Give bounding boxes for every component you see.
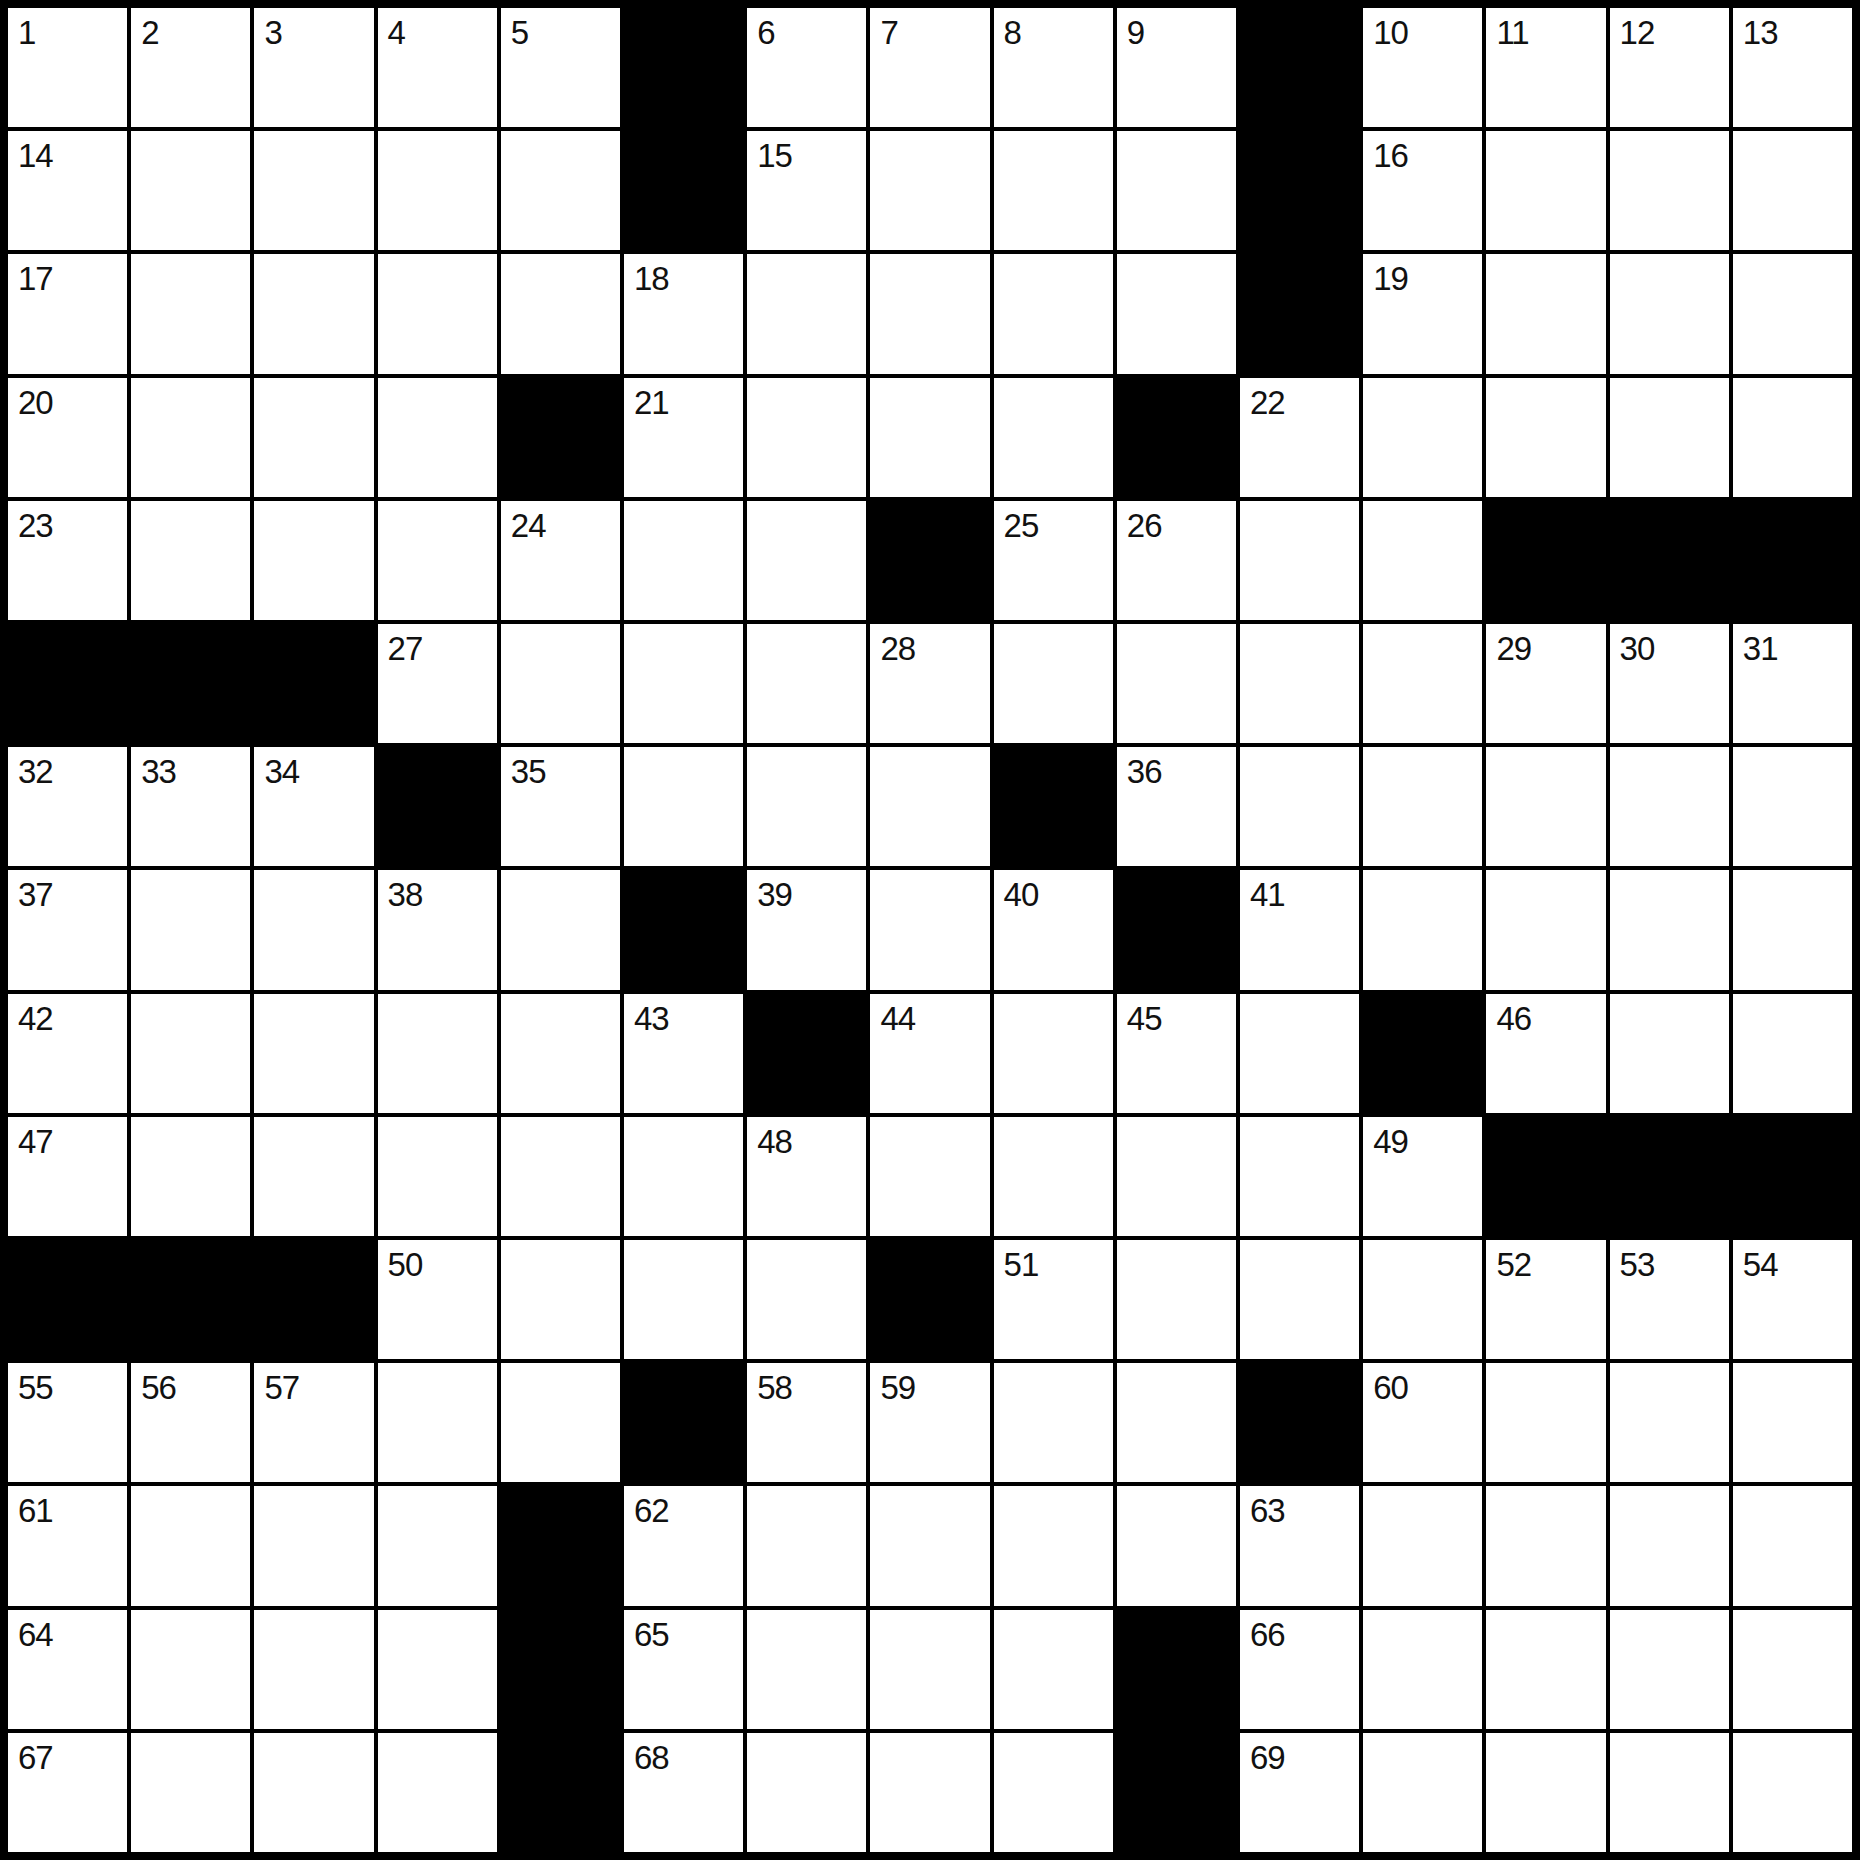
block-cell-r6c2 — [131, 624, 250, 743]
clue-number-23: 23 — [18, 508, 53, 544]
white-cell-r1c12[interactable]: 10 — [1363, 8, 1482, 127]
white-cell-r10c2[interactable] — [131, 1117, 250, 1236]
clue-number-65: 65 — [634, 1617, 669, 1653]
block-cell-r11c3 — [254, 1240, 373, 1359]
block-cell-r14c10 — [1117, 1610, 1236, 1729]
block-cell-r1c6 — [624, 8, 743, 127]
clue-number-4: 4 — [388, 15, 405, 51]
clue-number-31: 31 — [1743, 631, 1778, 667]
white-cell-r5c2[interactable] — [131, 501, 250, 620]
white-cell-r8c5[interactable] — [501, 870, 620, 989]
block-cell-r5c13 — [1486, 501, 1605, 620]
white-cell-r14c4[interactable] — [378, 1610, 497, 1729]
white-cell-r2c1[interactable]: 14 — [8, 131, 127, 250]
white-cell-r4c14[interactable] — [1610, 378, 1729, 497]
white-cell-r12c5[interactable] — [501, 1363, 620, 1482]
white-cell-r5c5[interactable]: 24 — [501, 501, 620, 620]
white-cell-r8c1[interactable]: 37 — [8, 870, 127, 989]
white-cell-r14c1[interactable]: 64 — [8, 1610, 127, 1729]
white-cell-r14c7[interactable] — [747, 1610, 866, 1729]
clue-number-26: 26 — [1127, 508, 1162, 544]
white-cell-r7c8[interactable] — [870, 747, 989, 866]
block-cell-r10c14 — [1610, 1117, 1729, 1236]
white-cell-r6c10[interactable] — [1117, 624, 1236, 743]
white-cell-r1c1[interactable]: 1 — [8, 8, 127, 127]
clue-number-62: 62 — [634, 1493, 669, 1529]
clue-number-35: 35 — [511, 754, 546, 790]
white-cell-r1c4[interactable]: 4 — [378, 8, 497, 127]
white-cell-r10c12[interactable]: 49 — [1363, 1117, 1482, 1236]
white-cell-r8c3[interactable] — [254, 870, 373, 989]
clue-number-2: 2 — [141, 15, 158, 51]
clue-number-28: 28 — [880, 631, 915, 667]
block-cell-r10c13 — [1486, 1117, 1605, 1236]
clue-number-59: 59 — [880, 1370, 915, 1406]
white-cell-r13c2[interactable] — [131, 1486, 250, 1605]
white-cell-r13c8[interactable] — [870, 1486, 989, 1605]
block-cell-r12c11 — [1240, 1363, 1359, 1482]
white-cell-r8c7[interactable]: 39 — [747, 870, 866, 989]
clue-number-37: 37 — [18, 877, 53, 913]
white-cell-r5c6[interactable] — [624, 501, 743, 620]
white-cell-r1c2[interactable]: 2 — [131, 8, 250, 127]
white-cell-r13c15[interactable] — [1733, 1486, 1852, 1605]
white-cell-r13c9[interactable] — [994, 1486, 1113, 1605]
clue-number-51: 51 — [1004, 1247, 1039, 1283]
white-cell-r1c14[interactable]: 12 — [1610, 8, 1729, 127]
white-cell-r15c11[interactable]: 69 — [1240, 1733, 1359, 1852]
white-cell-r5c12[interactable] — [1363, 501, 1482, 620]
clue-number-22: 22 — [1250, 385, 1285, 421]
white-cell-r8c4[interactable]: 38 — [378, 870, 497, 989]
white-cell-r2c7[interactable]: 15 — [747, 131, 866, 250]
white-cell-r12c4[interactable] — [378, 1363, 497, 1482]
block-cell-r7c4 — [378, 747, 497, 866]
clue-number-34: 34 — [264, 754, 299, 790]
clue-number-42: 42 — [18, 1001, 53, 1037]
clue-number-1: 1 — [18, 15, 35, 51]
clue-number-6: 6 — [757, 15, 774, 51]
white-cell-r14c2[interactable] — [131, 1610, 250, 1729]
block-cell-r8c10 — [1117, 870, 1236, 989]
white-cell-r3c14[interactable] — [1610, 254, 1729, 373]
white-cell-r14c11[interactable]: 66 — [1240, 1610, 1359, 1729]
clue-number-17: 17 — [18, 261, 53, 297]
white-cell-r9c6[interactable]: 43 — [624, 994, 743, 1113]
white-cell-r2c12[interactable]: 16 — [1363, 131, 1482, 250]
white-cell-r5c4[interactable] — [378, 501, 497, 620]
clue-number-3: 3 — [264, 15, 281, 51]
white-cell-r2c15[interactable] — [1733, 131, 1852, 250]
white-cell-r15c7[interactable] — [747, 1733, 866, 1852]
white-cell-r6c8[interactable]: 28 — [870, 624, 989, 743]
white-cell-r6c4[interactable]: 27 — [378, 624, 497, 743]
white-cell-r12c9[interactable] — [994, 1363, 1113, 1482]
clue-number-54: 54 — [1743, 1247, 1778, 1283]
clue-number-13: 13 — [1743, 15, 1778, 51]
white-cell-r4c13[interactable] — [1486, 378, 1605, 497]
white-cell-r7c5[interactable]: 35 — [501, 747, 620, 866]
white-cell-r11c14[interactable]: 53 — [1610, 1240, 1729, 1359]
block-cell-r6c1 — [8, 624, 127, 743]
white-cell-r15c14[interactable] — [1610, 1733, 1729, 1852]
white-cell-r2c10[interactable] — [1117, 131, 1236, 250]
white-cell-r13c3[interactable] — [254, 1486, 373, 1605]
white-cell-r6c13[interactable]: 29 — [1486, 624, 1605, 743]
white-cell-r5c3[interactable] — [254, 501, 373, 620]
white-cell-r14c6[interactable]: 65 — [624, 1610, 743, 1729]
white-cell-r12c14[interactable] — [1610, 1363, 1729, 1482]
white-cell-r9c15[interactable] — [1733, 994, 1852, 1113]
clue-number-7: 7 — [880, 15, 897, 51]
white-cell-r13c14[interactable] — [1610, 1486, 1729, 1605]
white-cell-r7c15[interactable] — [1733, 747, 1852, 866]
white-cell-r10c1[interactable]: 47 — [8, 1117, 127, 1236]
white-cell-r13c1[interactable]: 61 — [8, 1486, 127, 1605]
clue-number-56: 56 — [141, 1370, 176, 1406]
clue-number-55: 55 — [18, 1370, 53, 1406]
clue-number-46: 46 — [1496, 1001, 1531, 1037]
block-cell-r14c5 — [501, 1610, 620, 1729]
block-cell-r4c5 — [501, 378, 620, 497]
white-cell-r3c9[interactable] — [994, 254, 1113, 373]
white-cell-r8c13[interactable] — [1486, 870, 1605, 989]
white-cell-r15c8[interactable] — [870, 1733, 989, 1852]
clue-number-48: 48 — [757, 1124, 792, 1160]
white-cell-r8c9[interactable]: 40 — [994, 870, 1113, 989]
white-cell-r3c8[interactable] — [870, 254, 989, 373]
clue-number-41: 41 — [1250, 877, 1285, 913]
white-cell-r4c9[interactable] — [994, 378, 1113, 497]
white-cell-r12c12[interactable]: 60 — [1363, 1363, 1482, 1482]
block-cell-r10c15 — [1733, 1117, 1852, 1236]
white-cell-r11c6[interactable] — [624, 1240, 743, 1359]
clue-number-27: 27 — [388, 631, 423, 667]
white-cell-r11c12[interactable] — [1363, 1240, 1482, 1359]
white-cell-r14c13[interactable] — [1486, 1610, 1605, 1729]
white-cell-r11c15[interactable]: 54 — [1733, 1240, 1852, 1359]
white-cell-r9c14[interactable] — [1610, 994, 1729, 1113]
white-cell-r6c9[interactable] — [994, 624, 1113, 743]
block-cell-r1c11 — [1240, 8, 1359, 127]
block-cell-r9c7 — [747, 994, 866, 1113]
block-cell-r15c10 — [1117, 1733, 1236, 1852]
white-cell-r12c1[interactable]: 55 — [8, 1363, 127, 1482]
clue-number-18: 18 — [634, 261, 669, 297]
white-cell-r7c12[interactable] — [1363, 747, 1482, 866]
white-cell-r2c8[interactable] — [870, 131, 989, 250]
clue-number-21: 21 — [634, 385, 669, 421]
white-cell-r10c5[interactable] — [501, 1117, 620, 1236]
white-cell-r11c13[interactable]: 52 — [1486, 1240, 1605, 1359]
white-cell-r11c4[interactable]: 50 — [378, 1240, 497, 1359]
block-cell-r15c5 — [501, 1733, 620, 1852]
white-cell-r4c2[interactable] — [131, 378, 250, 497]
clue-number-40: 40 — [1004, 877, 1039, 913]
white-cell-r3c1[interactable]: 17 — [8, 254, 127, 373]
white-cell-r6c12[interactable] — [1363, 624, 1482, 743]
clue-number-44: 44 — [880, 1001, 915, 1037]
white-cell-r4c12[interactable] — [1363, 378, 1482, 497]
clue-number-14: 14 — [18, 138, 53, 174]
white-cell-r1c5[interactable]: 5 — [501, 8, 620, 127]
crossword-board: 1234567891011121314151617181920212223242… — [0, 0, 1860, 1860]
block-cell-r3c11 — [1240, 254, 1359, 373]
white-cell-r14c8[interactable] — [870, 1610, 989, 1729]
white-cell-r3c4[interactable] — [378, 254, 497, 373]
block-cell-r13c5 — [501, 1486, 620, 1605]
block-cell-r5c15 — [1733, 501, 1852, 620]
white-cell-r1c7[interactable]: 6 — [747, 8, 866, 127]
white-cell-r8c8[interactable] — [870, 870, 989, 989]
white-cell-r1c10[interactable]: 9 — [1117, 8, 1236, 127]
white-cell-r13c6[interactable]: 62 — [624, 1486, 743, 1605]
white-cell-r3c12[interactable]: 19 — [1363, 254, 1482, 373]
clue-number-69: 69 — [1250, 1740, 1285, 1776]
white-cell-r2c13[interactable] — [1486, 131, 1605, 250]
white-cell-r14c14[interactable] — [1610, 1610, 1729, 1729]
crossword-grid: 1234567891011121314151617181920212223242… — [8, 8, 1852, 1852]
white-cell-r14c9[interactable] — [994, 1610, 1113, 1729]
white-cell-r3c3[interactable] — [254, 254, 373, 373]
clue-number-45: 45 — [1127, 1001, 1162, 1037]
white-cell-r13c4[interactable] — [378, 1486, 497, 1605]
white-cell-r12c3[interactable]: 57 — [254, 1363, 373, 1482]
white-cell-r4c11[interactable]: 22 — [1240, 378, 1359, 497]
white-cell-r1c13[interactable]: 11 — [1486, 8, 1605, 127]
white-cell-r2c9[interactable] — [994, 131, 1113, 250]
white-cell-r9c13[interactable]: 46 — [1486, 994, 1605, 1113]
clue-number-32: 32 — [18, 754, 53, 790]
white-cell-r4c3[interactable] — [254, 378, 373, 497]
white-cell-r3c10[interactable] — [1117, 254, 1236, 373]
block-cell-r7c9 — [994, 747, 1113, 866]
clue-number-52: 52 — [1496, 1247, 1531, 1283]
white-cell-r12c7[interactable]: 58 — [747, 1363, 866, 1482]
white-cell-r1c15[interactable]: 13 — [1733, 8, 1852, 127]
white-cell-r12c15[interactable] — [1733, 1363, 1852, 1482]
clue-number-19: 19 — [1373, 261, 1408, 297]
white-cell-r9c9[interactable] — [994, 994, 1113, 1113]
clue-number-53: 53 — [1620, 1247, 1655, 1283]
clue-number-39: 39 — [757, 877, 792, 913]
white-cell-r6c14[interactable]: 30 — [1610, 624, 1729, 743]
white-cell-r4c6[interactable]: 21 — [624, 378, 743, 497]
white-cell-r11c5[interactable] — [501, 1240, 620, 1359]
clue-number-57: 57 — [264, 1370, 299, 1406]
white-cell-r9c5[interactable] — [501, 994, 620, 1113]
white-cell-r13c7[interactable] — [747, 1486, 866, 1605]
block-cell-r11c1 — [8, 1240, 127, 1359]
clue-number-33: 33 — [141, 754, 176, 790]
white-cell-r10c6[interactable] — [624, 1117, 743, 1236]
white-cell-r7c3[interactable]: 34 — [254, 747, 373, 866]
white-cell-r1c8[interactable]: 7 — [870, 8, 989, 127]
white-cell-r5c1[interactable]: 23 — [8, 501, 127, 620]
block-cell-r2c11 — [1240, 131, 1359, 250]
clue-number-30: 30 — [1620, 631, 1655, 667]
white-cell-r7c2[interactable]: 33 — [131, 747, 250, 866]
white-cell-r3c13[interactable] — [1486, 254, 1605, 373]
white-cell-r9c4[interactable] — [378, 994, 497, 1113]
white-cell-r2c5[interactable] — [501, 131, 620, 250]
white-cell-r3c6[interactable]: 18 — [624, 254, 743, 373]
white-cell-r15c13[interactable] — [1486, 1733, 1605, 1852]
white-cell-r9c10[interactable]: 45 — [1117, 994, 1236, 1113]
white-cell-r8c15[interactable] — [1733, 870, 1852, 989]
clue-number-38: 38 — [388, 877, 423, 913]
white-cell-r10c4[interactable] — [378, 1117, 497, 1236]
clue-number-10: 10 — [1373, 15, 1408, 51]
block-cell-r6c3 — [254, 624, 373, 743]
white-cell-r7c14[interactable] — [1610, 747, 1729, 866]
white-cell-r6c7[interactable] — [747, 624, 866, 743]
white-cell-r10c7[interactable]: 48 — [747, 1117, 866, 1236]
block-cell-r8c6 — [624, 870, 743, 989]
white-cell-r14c3[interactable] — [254, 1610, 373, 1729]
white-cell-r2c14[interactable] — [1610, 131, 1729, 250]
clue-number-68: 68 — [634, 1740, 669, 1776]
white-cell-r10c9[interactable] — [994, 1117, 1113, 1236]
block-cell-r4c10 — [1117, 378, 1236, 497]
white-cell-r13c10[interactable] — [1117, 1486, 1236, 1605]
white-cell-r4c4[interactable] — [378, 378, 497, 497]
clue-number-61: 61 — [18, 1493, 53, 1529]
white-cell-r3c7[interactable] — [747, 254, 866, 373]
white-cell-r12c2[interactable]: 56 — [131, 1363, 250, 1482]
clue-number-43: 43 — [634, 1001, 669, 1037]
white-cell-r14c12[interactable] — [1363, 1610, 1482, 1729]
white-cell-r7c10[interactable]: 36 — [1117, 747, 1236, 866]
clue-number-5: 5 — [511, 15, 528, 51]
clue-number-20: 20 — [18, 385, 53, 421]
clue-number-64: 64 — [18, 1617, 53, 1653]
white-cell-r2c4[interactable] — [378, 131, 497, 250]
white-cell-r15c9[interactable] — [994, 1733, 1113, 1852]
white-cell-r11c11[interactable] — [1240, 1240, 1359, 1359]
white-cell-r7c13[interactable] — [1486, 747, 1605, 866]
clue-number-58: 58 — [757, 1370, 792, 1406]
clue-number-8: 8 — [1004, 15, 1021, 51]
white-cell-r8c2[interactable] — [131, 870, 250, 989]
clue-number-47: 47 — [18, 1124, 53, 1160]
block-cell-r5c14 — [1610, 501, 1729, 620]
white-cell-r12c8[interactable]: 59 — [870, 1363, 989, 1482]
white-cell-r10c8[interactable] — [870, 1117, 989, 1236]
white-cell-r11c9[interactable]: 51 — [994, 1240, 1113, 1359]
white-cell-r13c13[interactable] — [1486, 1486, 1605, 1605]
clue-number-16: 16 — [1373, 138, 1408, 174]
white-cell-r2c3[interactable] — [254, 131, 373, 250]
white-cell-r1c9[interactable]: 8 — [994, 8, 1113, 127]
white-cell-r8c14[interactable] — [1610, 870, 1729, 989]
white-cell-r5c9[interactable]: 25 — [994, 501, 1113, 620]
white-cell-r11c10[interactable] — [1117, 1240, 1236, 1359]
white-cell-r12c10[interactable] — [1117, 1363, 1236, 1482]
white-cell-r7c7[interactable] — [747, 747, 866, 866]
clue-number-24: 24 — [511, 508, 546, 544]
white-cell-r15c15[interactable] — [1733, 1733, 1852, 1852]
white-cell-r13c11[interactable]: 63 — [1240, 1486, 1359, 1605]
white-cell-r8c11[interactable]: 41 — [1240, 870, 1359, 989]
white-cell-r9c3[interactable] — [254, 994, 373, 1113]
clue-number-29: 29 — [1496, 631, 1531, 667]
white-cell-r1c3[interactable]: 3 — [254, 8, 373, 127]
white-cell-r7c6[interactable] — [624, 747, 743, 866]
white-cell-r14c15[interactable] — [1733, 1610, 1852, 1729]
clue-number-36: 36 — [1127, 754, 1162, 790]
clue-number-15: 15 — [757, 138, 792, 174]
clue-number-50: 50 — [388, 1247, 423, 1283]
clue-number-63: 63 — [1250, 1493, 1285, 1529]
white-cell-r6c11[interactable] — [1240, 624, 1359, 743]
white-cell-r12c13[interactable] — [1486, 1363, 1605, 1482]
white-cell-r15c1[interactable]: 67 — [8, 1733, 127, 1852]
white-cell-r9c2[interactable] — [131, 994, 250, 1113]
white-cell-r6c15[interactable]: 31 — [1733, 624, 1852, 743]
clue-number-9: 9 — [1127, 15, 1144, 51]
white-cell-r10c11[interactable] — [1240, 1117, 1359, 1236]
white-cell-r8c12[interactable] — [1363, 870, 1482, 989]
clue-number-66: 66 — [1250, 1617, 1285, 1653]
block-cell-r12c6 — [624, 1363, 743, 1482]
white-cell-r15c4[interactable] — [378, 1733, 497, 1852]
white-cell-r7c11[interactable] — [1240, 747, 1359, 866]
white-cell-r2c2[interactable] — [131, 131, 250, 250]
clue-number-49: 49 — [1373, 1124, 1408, 1160]
white-cell-r9c11[interactable] — [1240, 994, 1359, 1113]
white-cell-r15c12[interactable] — [1363, 1733, 1482, 1852]
clue-number-12: 12 — [1620, 15, 1655, 51]
white-cell-r4c8[interactable] — [870, 378, 989, 497]
white-cell-r11c7[interactable] — [747, 1240, 866, 1359]
clue-number-67: 67 — [18, 1740, 53, 1776]
block-cell-r5c8 — [870, 501, 989, 620]
white-cell-r9c1[interactable]: 42 — [8, 994, 127, 1113]
block-cell-r11c8 — [870, 1240, 989, 1359]
white-cell-r10c10[interactable] — [1117, 1117, 1236, 1236]
clue-number-25: 25 — [1004, 508, 1039, 544]
white-cell-r10c3[interactable] — [254, 1117, 373, 1236]
white-cell-r3c2[interactable] — [131, 254, 250, 373]
white-cell-r4c15[interactable] — [1733, 378, 1852, 497]
white-cell-r13c12[interactable] — [1363, 1486, 1482, 1605]
white-cell-r6c6[interactable] — [624, 624, 743, 743]
white-cell-r4c1[interactable]: 20 — [8, 378, 127, 497]
block-cell-r2c6 — [624, 131, 743, 250]
white-cell-r3c15[interactable] — [1733, 254, 1852, 373]
block-cell-r9c12 — [1363, 994, 1482, 1113]
white-cell-r5c10[interactable]: 26 — [1117, 501, 1236, 620]
block-cell-r11c2 — [131, 1240, 250, 1359]
white-cell-r15c3[interactable] — [254, 1733, 373, 1852]
white-cell-r5c11[interactable] — [1240, 501, 1359, 620]
white-cell-r7c1[interactable]: 32 — [8, 747, 127, 866]
white-cell-r6c5[interactable] — [501, 624, 620, 743]
clue-number-11: 11 — [1496, 15, 1528, 51]
white-cell-r3c5[interactable] — [501, 254, 620, 373]
white-cell-r15c2[interactable] — [131, 1733, 250, 1852]
white-cell-r5c7[interactable] — [747, 501, 866, 620]
clue-number-60: 60 — [1373, 1370, 1408, 1406]
white-cell-r4c7[interactable] — [747, 378, 866, 497]
white-cell-r9c8[interactable]: 44 — [870, 994, 989, 1113]
white-cell-r15c6[interactable]: 68 — [624, 1733, 743, 1852]
